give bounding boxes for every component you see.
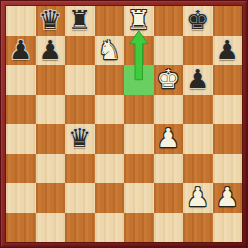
- black-king[interactable]: ♚: [186, 6, 209, 36]
- square-a3[interactable]: [6, 154, 36, 184]
- square-d1[interactable]: [95, 213, 125, 243]
- square-f8[interactable]: [154, 6, 184, 36]
- black-queen[interactable]: ♛: [68, 124, 91, 154]
- square-h5[interactable]: [213, 95, 243, 125]
- square-b8[interactable]: ♛: [36, 6, 66, 36]
- square-g4[interactable]: [183, 124, 213, 154]
- square-e4[interactable]: [124, 124, 154, 154]
- black-rook[interactable]: ♜: [68, 6, 91, 36]
- square-b5[interactable]: [36, 95, 66, 125]
- square-e1[interactable]: [124, 213, 154, 243]
- square-h3[interactable]: [213, 154, 243, 184]
- square-f6[interactable]: ♚: [154, 65, 184, 95]
- square-f1[interactable]: [154, 213, 184, 243]
- square-d5[interactable]: [95, 95, 125, 125]
- square-d7[interactable]: ♞: [95, 36, 125, 66]
- square-b7[interactable]: ♟: [36, 36, 66, 66]
- square-e5[interactable]: [124, 95, 154, 125]
- square-a4[interactable]: [6, 124, 36, 154]
- square-g1[interactable]: [183, 213, 213, 243]
- square-g7[interactable]: [183, 36, 213, 66]
- square-f3[interactable]: [154, 154, 184, 184]
- square-b3[interactable]: [36, 154, 66, 184]
- white-pawn[interactable]: ♟: [186, 183, 209, 213]
- square-a1[interactable]: [6, 213, 36, 243]
- white-knight[interactable]: ♞: [98, 36, 121, 66]
- square-d4[interactable]: [95, 124, 125, 154]
- square-f2[interactable]: [154, 183, 184, 213]
- square-h4[interactable]: [213, 124, 243, 154]
- square-e6[interactable]: [124, 65, 154, 95]
- square-c8[interactable]: ♜: [65, 6, 95, 36]
- square-h2[interactable]: ♟: [213, 183, 243, 213]
- white-pawn[interactable]: ♟: [157, 124, 180, 154]
- square-c3[interactable]: [65, 154, 95, 184]
- black-pawn[interactable]: ♟: [186, 65, 209, 95]
- black-pawn[interactable]: ♟: [39, 36, 62, 66]
- square-c1[interactable]: [65, 213, 95, 243]
- square-a7[interactable]: ♟: [6, 36, 36, 66]
- square-h7[interactable]: ♟: [213, 36, 243, 66]
- square-a2[interactable]: [6, 183, 36, 213]
- square-g8[interactable]: ♚: [183, 6, 213, 36]
- board-frame: ♛♜♜♚♟♟♞♟♚♟♛♟♟♟: [0, 0, 248, 248]
- square-b6[interactable]: [36, 65, 66, 95]
- square-f4[interactable]: ♟: [154, 124, 184, 154]
- square-e8[interactable]: ♜: [124, 6, 154, 36]
- square-f7[interactable]: [154, 36, 184, 66]
- square-c2[interactable]: [65, 183, 95, 213]
- white-king[interactable]: ♚: [157, 65, 180, 95]
- white-pawn[interactable]: ♟: [216, 183, 239, 213]
- square-c4[interactable]: ♛: [65, 124, 95, 154]
- square-c5[interactable]: [65, 95, 95, 125]
- square-g2[interactable]: ♟: [183, 183, 213, 213]
- square-d8[interactable]: [95, 6, 125, 36]
- square-d6[interactable]: [95, 65, 125, 95]
- square-d3[interactable]: [95, 154, 125, 184]
- black-queen[interactable]: ♛: [39, 6, 62, 36]
- square-g3[interactable]: [183, 154, 213, 184]
- square-a6[interactable]: [6, 65, 36, 95]
- black-pawn[interactable]: ♟: [9, 36, 32, 66]
- white-rook[interactable]: ♜: [127, 6, 150, 36]
- square-h1[interactable]: [213, 213, 243, 243]
- square-b2[interactable]: [36, 183, 66, 213]
- square-e3[interactable]: [124, 154, 154, 184]
- square-b4[interactable]: [36, 124, 66, 154]
- square-c6[interactable]: [65, 65, 95, 95]
- square-h6[interactable]: [213, 65, 243, 95]
- square-a8[interactable]: [6, 6, 36, 36]
- chess-board: ♛♜♜♚♟♟♞♟♚♟♛♟♟♟: [6, 6, 242, 242]
- square-f5[interactable]: [154, 95, 184, 125]
- square-d2[interactable]: [95, 183, 125, 213]
- square-g5[interactable]: [183, 95, 213, 125]
- square-a5[interactable]: [6, 95, 36, 125]
- square-g6[interactable]: ♟: [183, 65, 213, 95]
- square-b1[interactable]: [36, 213, 66, 243]
- square-e7[interactable]: [124, 36, 154, 66]
- square-c7[interactable]: [65, 36, 95, 66]
- square-e2[interactable]: [124, 183, 154, 213]
- black-pawn[interactable]: ♟: [216, 36, 239, 66]
- square-h8[interactable]: [213, 6, 243, 36]
